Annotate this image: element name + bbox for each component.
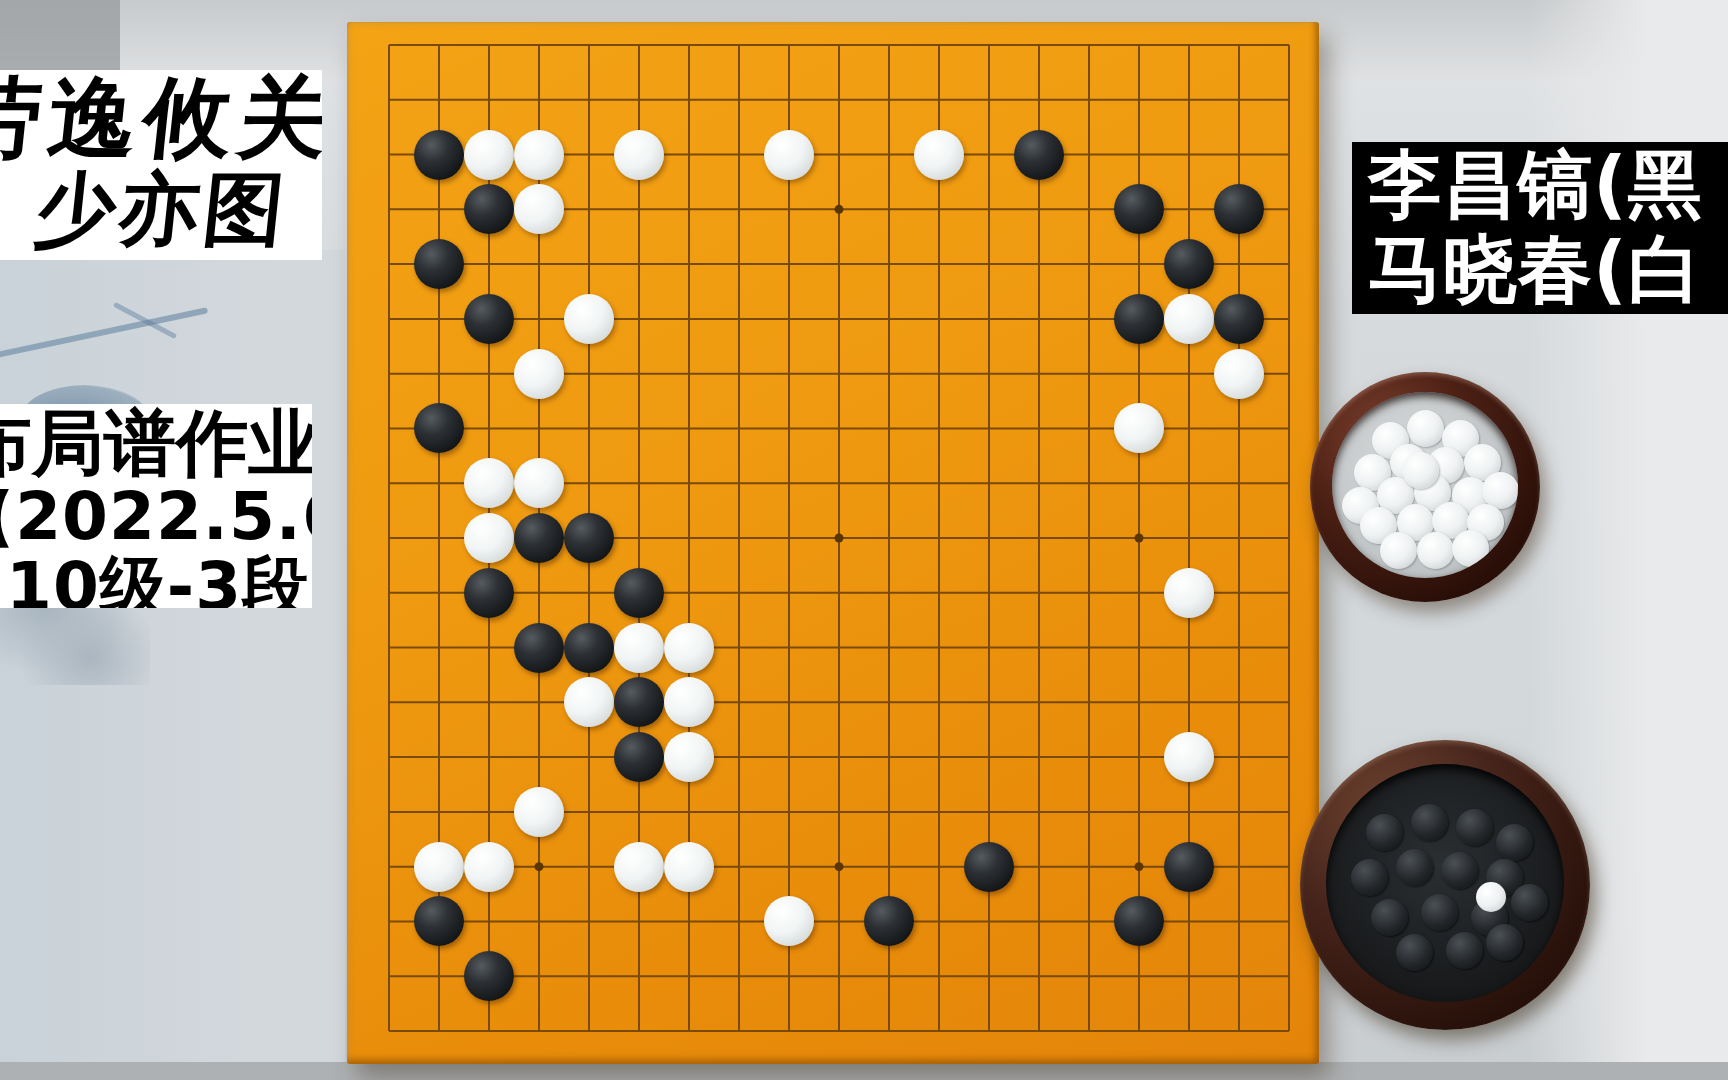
white-pile-stone	[1407, 410, 1444, 447]
white-stone	[1164, 294, 1214, 344]
info-line-2: (2022.5.6)	[0, 482, 312, 552]
white-stone	[1214, 349, 1264, 399]
white-stone	[564, 677, 614, 727]
black-stone	[514, 513, 564, 563]
black-pile-stone	[1456, 809, 1493, 846]
black-stone	[1114, 184, 1164, 234]
white-stone	[514, 787, 564, 837]
white-stone	[664, 677, 714, 727]
black-stone	[564, 623, 614, 673]
go-board	[347, 22, 1319, 1064]
star-point	[1135, 534, 1144, 543]
white-pile-stone	[1402, 452, 1439, 489]
black-pile-stone	[1351, 859, 1388, 896]
white-stone	[1164, 732, 1214, 782]
white-stone	[614, 842, 664, 892]
star-point	[535, 862, 544, 871]
white-stone	[514, 184, 564, 234]
black-stone	[464, 568, 514, 618]
white-stone	[664, 732, 714, 782]
title-line-1: 劳逸攸关	[0, 70, 322, 165]
black-pile-stone	[1496, 824, 1533, 861]
star-point	[835, 862, 844, 871]
ink-branch-stroke	[0, 307, 208, 359]
black-stone	[1014, 130, 1064, 180]
black-bowl-stone-pile	[1326, 764, 1564, 1002]
black-pile-stone	[1371, 899, 1408, 936]
black-pile-stone	[1411, 804, 1448, 841]
info-box: 布局谱作业 (2022.5.6) 10级-3段	[0, 404, 312, 608]
black-stone	[464, 294, 514, 344]
black-stone	[614, 677, 664, 727]
white-stone	[664, 623, 714, 673]
black-stone	[414, 239, 464, 289]
white-stone	[464, 130, 514, 180]
star-point	[1135, 862, 1144, 871]
black-stone	[1214, 294, 1264, 344]
white-stone	[514, 349, 564, 399]
black-pile-stone	[1486, 924, 1523, 961]
black-stone	[614, 732, 664, 782]
white-stone	[464, 842, 514, 892]
black-stone	[1214, 184, 1264, 234]
table-edge-shadow	[0, 1062, 1728, 1080]
white-player-label: 马晓春(白	[1352, 227, 1728, 312]
black-stone	[564, 513, 614, 563]
white-stone	[614, 130, 664, 180]
star-point	[835, 205, 844, 214]
black-pile-stone	[1396, 934, 1433, 971]
white-stone	[464, 513, 514, 563]
players-banner: 李昌镐(黑 马晓春(白	[1352, 142, 1728, 314]
white-stone	[414, 842, 464, 892]
star-point	[835, 534, 844, 543]
title-box: 劳逸攸关 少亦图	[0, 70, 322, 260]
white-stone	[514, 458, 564, 508]
info-line-3: 10级-3段	[6, 552, 312, 608]
black-stone	[1164, 239, 1214, 289]
black-pile-stone	[1441, 852, 1478, 889]
black-pile-stone	[1446, 932, 1483, 969]
white-stone	[914, 130, 964, 180]
title-line-2: 少亦图	[31, 165, 322, 253]
black-pile-stone	[1421, 894, 1458, 931]
black-stone	[464, 184, 514, 234]
white-stone	[514, 130, 564, 180]
black-pile-stone	[1511, 884, 1548, 921]
white-pile-stone	[1417, 532, 1454, 569]
white-stone-in-black-bowl	[1476, 882, 1506, 912]
black-pile-stone	[1396, 849, 1433, 886]
white-pile-stone	[1452, 530, 1489, 567]
black-stone	[464, 951, 514, 1001]
white-pile-stone	[1380, 532, 1417, 569]
white-stones-bowl	[1310, 372, 1540, 602]
screen: 劳逸攸关 少亦图 布局谱作业 (2022.5.6) 10级-3段 李昌镐(黑 马…	[0, 0, 1728, 1080]
black-stone	[1114, 294, 1164, 344]
white-stone	[664, 842, 714, 892]
white-stone	[764, 130, 814, 180]
black-stone	[614, 568, 664, 618]
white-bowl-stone-pile	[1332, 392, 1518, 578]
black-stone	[414, 130, 464, 180]
white-stone	[614, 623, 664, 673]
black-player-label: 李昌镐(黑	[1352, 142, 1728, 227]
black-stone	[514, 623, 564, 673]
black-stone	[964, 842, 1014, 892]
black-stone	[1164, 842, 1214, 892]
white-stone	[1164, 568, 1214, 618]
black-stones-bowl	[1300, 740, 1590, 1030]
white-stone	[464, 458, 514, 508]
black-pile-stone	[1366, 814, 1403, 851]
white-stone	[564, 294, 614, 344]
info-line-1: 布局谱作业	[0, 404, 312, 482]
